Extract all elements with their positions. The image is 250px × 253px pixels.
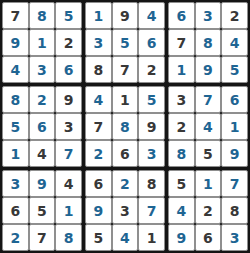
box-7: 394651278 [2, 170, 82, 251]
cell-r5c1[interactable]: 5 [2, 113, 29, 140]
cell-r9c3[interactable]: 8 [55, 224, 82, 251]
cell-r7c9[interactable]: 7 [221, 170, 248, 197]
cell-r2c1[interactable]: 9 [2, 29, 29, 56]
cell-r8c4[interactable]: 9 [85, 197, 112, 224]
cell-r3c3[interactable]: 6 [55, 56, 82, 83]
cell-r4c1[interactable]: 8 [2, 86, 29, 113]
cell-r2c6[interactable]: 6 [138, 29, 165, 56]
box-1: 785912436 [2, 2, 82, 83]
cell-r6c3[interactable]: 7 [55, 140, 82, 167]
cell-r8c6[interactable]: 7 [138, 197, 165, 224]
cell-r7c3[interactable]: 4 [55, 170, 82, 197]
cell-r2c8[interactable]: 8 [195, 29, 222, 56]
cell-r1c6[interactable]: 4 [138, 2, 165, 29]
box-3: 632784195 [168, 2, 248, 83]
cell-r2c9[interactable]: 4 [221, 29, 248, 56]
cell-r9c7[interactable]: 9 [168, 224, 195, 251]
cell-r5c6[interactable]: 9 [138, 113, 165, 140]
box-4: 829563147 [2, 86, 82, 167]
cell-r5c9[interactable]: 1 [221, 113, 248, 140]
cell-r8c5[interactable]: 3 [112, 197, 139, 224]
cell-r2c5[interactable]: 5 [112, 29, 139, 56]
cell-r5c4[interactable]: 7 [85, 113, 112, 140]
cell-r1c2[interactable]: 8 [29, 2, 56, 29]
cell-r2c3[interactable]: 2 [55, 29, 82, 56]
cell-r5c7[interactable]: 2 [168, 113, 195, 140]
cell-r4c4[interactable]: 4 [85, 86, 112, 113]
cell-r2c7[interactable]: 7 [168, 29, 195, 56]
cell-r1c3[interactable]: 5 [55, 2, 82, 29]
cell-r3c9[interactable]: 5 [221, 56, 248, 83]
cell-r4c8[interactable]: 7 [195, 86, 222, 113]
cell-r8c9[interactable]: 8 [221, 197, 248, 224]
cell-r8c1[interactable]: 6 [2, 197, 29, 224]
cell-r7c4[interactable]: 6 [85, 170, 112, 197]
cell-r2c4[interactable]: 3 [85, 29, 112, 56]
cell-r3c7[interactable]: 1 [168, 56, 195, 83]
cell-r5c3[interactable]: 3 [55, 113, 82, 140]
cell-r3c5[interactable]: 7 [112, 56, 139, 83]
cell-r6c5[interactable]: 6 [112, 140, 139, 167]
cell-r6c9[interactable]: 9 [221, 140, 248, 167]
cell-r7c1[interactable]: 3 [2, 170, 29, 197]
box-8: 628937541 [85, 170, 165, 251]
cell-r4c7[interactable]: 3 [168, 86, 195, 113]
box-5: 415789263 [85, 86, 165, 167]
cell-r1c1[interactable]: 7 [2, 2, 29, 29]
cell-r5c8[interactable]: 4 [195, 113, 222, 140]
box-6: 376241859 [168, 86, 248, 167]
cell-r9c5[interactable]: 4 [112, 224, 139, 251]
cell-r9c9[interactable]: 3 [221, 224, 248, 251]
cell-r9c8[interactable]: 6 [195, 224, 222, 251]
cell-r1c8[interactable]: 3 [195, 2, 222, 29]
cell-r5c2[interactable]: 6 [29, 113, 56, 140]
cell-r3c4[interactable]: 8 [85, 56, 112, 83]
cell-r4c6[interactable]: 5 [138, 86, 165, 113]
cell-r1c7[interactable]: 6 [168, 2, 195, 29]
cell-r7c7[interactable]: 5 [168, 170, 195, 197]
cell-r4c5[interactable]: 1 [112, 86, 139, 113]
cell-r1c4[interactable]: 1 [85, 2, 112, 29]
sudoku-board: 7859124361943568726327841958295631474157… [0, 0, 250, 253]
cell-r1c9[interactable]: 2 [221, 2, 248, 29]
cell-r5c5[interactable]: 8 [112, 113, 139, 140]
cell-r8c2[interactable]: 5 [29, 197, 56, 224]
cell-r6c4[interactable]: 2 [85, 140, 112, 167]
cell-r8c7[interactable]: 4 [168, 197, 195, 224]
cell-r4c3[interactable]: 9 [55, 86, 82, 113]
cell-r7c5[interactable]: 2 [112, 170, 139, 197]
cell-r9c6[interactable]: 1 [138, 224, 165, 251]
cell-r4c9[interactable]: 6 [221, 86, 248, 113]
cell-r3c1[interactable]: 4 [2, 56, 29, 83]
cell-r6c1[interactable]: 1 [2, 140, 29, 167]
box-2: 194356872 [85, 2, 165, 83]
cell-r9c1[interactable]: 2 [2, 224, 29, 251]
cell-r6c6[interactable]: 3 [138, 140, 165, 167]
cell-r7c8[interactable]: 1 [195, 170, 222, 197]
cell-r6c2[interactable]: 4 [29, 140, 56, 167]
cell-r7c6[interactable]: 8 [138, 170, 165, 197]
cell-r3c2[interactable]: 3 [29, 56, 56, 83]
cell-r2c2[interactable]: 1 [29, 29, 56, 56]
cell-r6c8[interactable]: 5 [195, 140, 222, 167]
cell-r9c2[interactable]: 7 [29, 224, 56, 251]
cell-r8c3[interactable]: 1 [55, 197, 82, 224]
cell-r1c5[interactable]: 9 [112, 2, 139, 29]
cell-r9c4[interactable]: 5 [85, 224, 112, 251]
cell-r8c8[interactable]: 2 [195, 197, 222, 224]
cell-r4c2[interactable]: 2 [29, 86, 56, 113]
cell-r7c2[interactable]: 9 [29, 170, 56, 197]
cell-r6c7[interactable]: 8 [168, 140, 195, 167]
cell-r3c6[interactable]: 2 [138, 56, 165, 83]
box-9: 517428963 [168, 170, 248, 251]
cell-r3c8[interactable]: 9 [195, 56, 222, 83]
